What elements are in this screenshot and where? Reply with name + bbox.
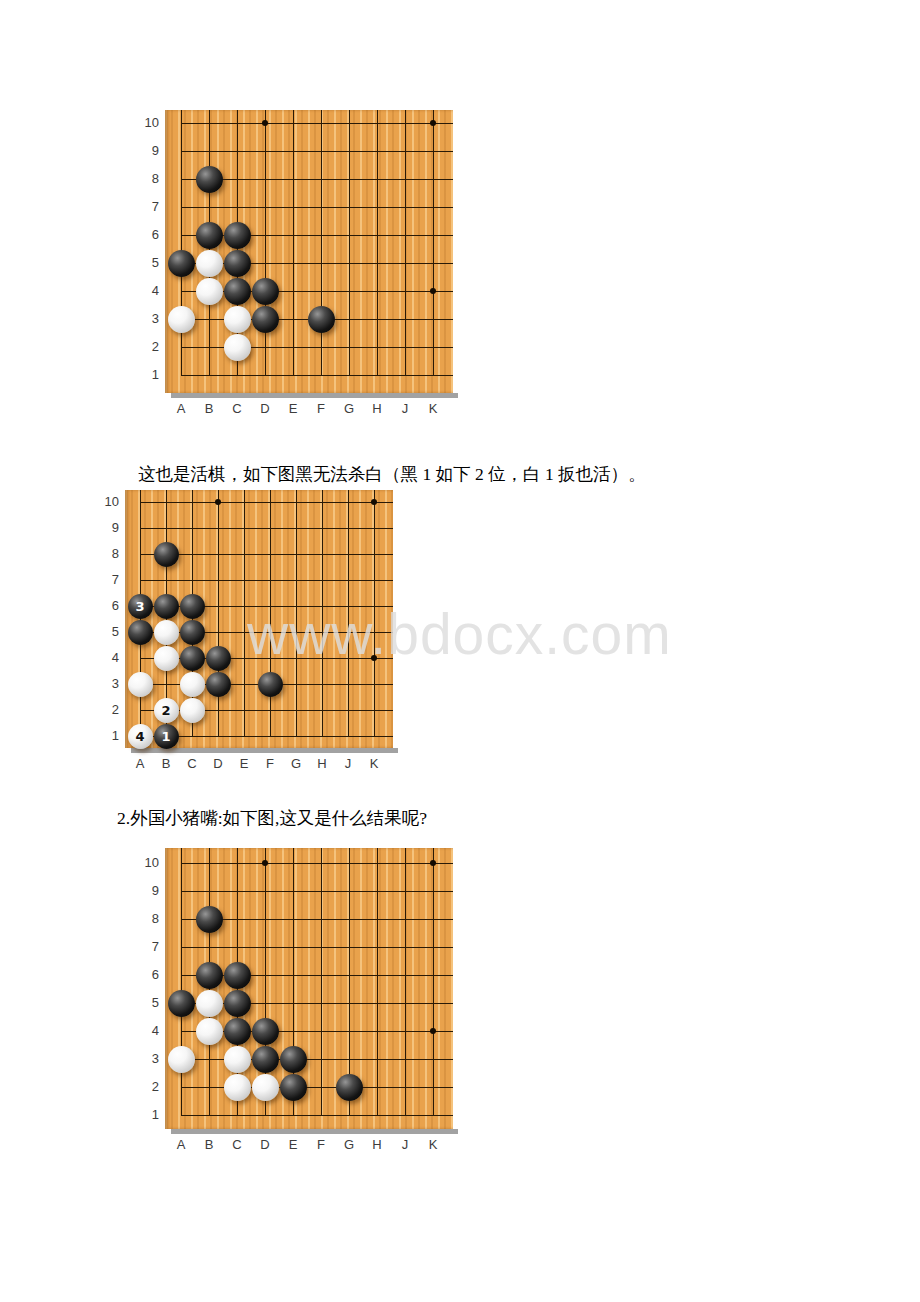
row-label-5: 5 (133, 995, 159, 1010)
go-board-diagram-2: 324110987654321ABCDEFGHJK (125, 490, 393, 748)
goban-wood-surface (165, 110, 453, 393)
column-label-F: F (309, 1137, 333, 1152)
grid-line-horizontal (140, 502, 393, 503)
grid-line-vertical (181, 848, 182, 1116)
star-point-K10 (430, 120, 436, 126)
column-label-D: D (206, 756, 230, 771)
grid-line-vertical (377, 848, 378, 1116)
stone-white-C2 (224, 334, 251, 361)
stone-white-B4 (196, 1018, 223, 1045)
grid-line-horizontal (181, 1115, 453, 1116)
move-number-label: 4 (128, 724, 153, 749)
move-number-label: 2 (154, 698, 179, 723)
column-label-A: A (169, 401, 193, 416)
column-label-J: J (393, 401, 417, 416)
column-label-B: B (197, 401, 221, 416)
stone-black-C5 (180, 620, 205, 645)
grid-line-horizontal (140, 528, 393, 529)
column-label-D: D (253, 401, 277, 416)
star-point-D10 (215, 499, 221, 505)
stone-black-D4 (206, 646, 231, 671)
grid-line-vertical (181, 110, 182, 376)
row-label-10: 10 (133, 855, 159, 870)
stone-black-A6: 3 (128, 594, 153, 619)
row-label-4: 4 (93, 650, 119, 665)
grid-line-vertical (405, 848, 406, 1116)
grid-line-vertical (265, 110, 266, 376)
column-label-E: E (232, 756, 256, 771)
stone-black-C5 (224, 990, 251, 1017)
stone-white-C2 (180, 698, 205, 723)
star-point-K10 (371, 499, 377, 505)
stone-black-B6 (154, 594, 179, 619)
stone-white-A3 (168, 1046, 195, 1073)
row-label-3: 3 (93, 676, 119, 691)
stone-black-C5 (224, 250, 251, 277)
column-label-K: K (421, 1137, 445, 1152)
grid-line-vertical (433, 848, 434, 1116)
star-point-K10 (430, 860, 436, 866)
grid-line-vertical (349, 110, 350, 376)
stone-black-C4 (224, 278, 251, 305)
board-drop-shadow (171, 1129, 458, 1134)
stone-white-B5 (196, 250, 223, 277)
row-label-9: 9 (93, 520, 119, 535)
row-label-3: 3 (133, 1051, 159, 1066)
stone-black-B6 (196, 222, 223, 249)
stone-white-A3 (128, 672, 153, 697)
goban-wood-surface: 3241 (125, 490, 393, 748)
stone-black-D3 (206, 672, 231, 697)
column-label-J: J (393, 1137, 417, 1152)
column-label-J: J (336, 756, 360, 771)
row-label-2: 2 (93, 702, 119, 717)
column-label-E: E (281, 401, 305, 416)
caption-board3-intro: 2.外国小猪嘴:如下图,这又是什么结果呢? (117, 808, 427, 829)
star-point-K4 (430, 288, 436, 294)
stone-black-D4 (252, 1018, 279, 1045)
stone-white-B5 (196, 990, 223, 1017)
stone-black-E3 (280, 1046, 307, 1073)
row-label-8: 8 (133, 911, 159, 926)
row-label-9: 9 (133, 883, 159, 898)
grid-line-vertical (433, 110, 434, 376)
stone-black-C6 (180, 594, 205, 619)
column-label-E: E (281, 1137, 305, 1152)
grid-line-horizontal (181, 1059, 453, 1060)
row-label-10: 10 (93, 494, 119, 509)
column-label-F: F (309, 401, 333, 416)
stone-black-D3 (252, 1046, 279, 1073)
grid-line-horizontal (181, 123, 453, 124)
grid-line-vertical (377, 110, 378, 376)
grid-line-horizontal (140, 580, 393, 581)
stone-white-B4 (196, 278, 223, 305)
stone-black-B1: 1 (154, 724, 179, 749)
column-label-K: K (362, 756, 386, 771)
stone-black-G2 (336, 1074, 363, 1101)
row-label-4: 4 (133, 283, 159, 298)
row-label-1: 1 (133, 1107, 159, 1122)
row-label-8: 8 (133, 171, 159, 186)
stone-black-A5 (168, 250, 195, 277)
grid-line-horizontal (181, 1087, 453, 1088)
row-label-5: 5 (133, 255, 159, 270)
stone-black-C4 (180, 646, 205, 671)
column-label-B: B (154, 756, 178, 771)
stone-black-E2 (280, 1074, 307, 1101)
go-board-diagram-3: 10987654321ABCDEFGHJK (165, 848, 453, 1129)
move-number-label: 3 (128, 594, 153, 619)
stone-black-F3 (258, 672, 283, 697)
row-label-1: 1 (133, 367, 159, 382)
column-label-A: A (128, 756, 152, 771)
row-label-5: 5 (93, 624, 119, 639)
grid-line-horizontal (181, 375, 453, 376)
star-point-K4 (430, 1028, 436, 1034)
column-label-G: G (337, 1137, 361, 1152)
column-label-K: K (421, 401, 445, 416)
column-label-G: G (284, 756, 308, 771)
grid-line-horizontal (181, 151, 453, 152)
grid-line-vertical (405, 110, 406, 376)
stone-black-C6 (224, 962, 251, 989)
row-label-8: 8 (93, 546, 119, 561)
stone-black-D4 (252, 278, 279, 305)
row-label-7: 7 (93, 572, 119, 587)
document-page: 10987654321ABCDEFGHJK 这也是活棋，如下图黑无法杀白（黑 1… (0, 0, 920, 1302)
board-drop-shadow (131, 748, 398, 753)
stone-white-B5 (154, 620, 179, 645)
row-label-2: 2 (133, 1079, 159, 1094)
stone-black-A5 (128, 620, 153, 645)
stone-white-C3 (224, 1046, 251, 1073)
grid-line-horizontal (181, 947, 453, 948)
row-label-7: 7 (133, 939, 159, 954)
grid-line-vertical (321, 110, 322, 376)
stone-white-A1: 4 (128, 724, 153, 749)
stone-white-D2 (252, 1074, 279, 1101)
row-label-6: 6 (93, 598, 119, 613)
column-label-H: H (365, 401, 389, 416)
stone-white-C3 (180, 672, 205, 697)
row-label-3: 3 (133, 311, 159, 326)
stone-black-D3 (252, 306, 279, 333)
column-label-H: H (365, 1137, 389, 1152)
column-label-C: C (180, 756, 204, 771)
grid-line-horizontal (181, 863, 453, 864)
stone-black-F3 (308, 306, 335, 333)
star-point-K4 (371, 655, 377, 661)
caption-board2-intro: 这也是活棋，如下图黑无法杀白（黑 1 如下 2 位，白 1 扳也活）。 (138, 464, 646, 485)
row-label-7: 7 (133, 199, 159, 214)
stone-white-C3 (224, 306, 251, 333)
column-label-F: F (258, 756, 282, 771)
star-point-D10 (262, 860, 268, 866)
stone-black-C4 (224, 1018, 251, 1045)
row-label-6: 6 (133, 227, 159, 242)
row-label-9: 9 (133, 143, 159, 158)
grid-line-vertical (321, 848, 322, 1116)
stone-white-B4 (154, 646, 179, 671)
column-label-C: C (225, 1137, 249, 1152)
board-drop-shadow (171, 393, 458, 398)
stone-white-B2: 2 (154, 698, 179, 723)
grid-line-horizontal (181, 207, 453, 208)
column-label-C: C (225, 401, 249, 416)
stone-black-A5 (168, 990, 195, 1017)
grid-line-vertical (293, 110, 294, 376)
goban-wood-surface (165, 848, 453, 1129)
row-label-4: 4 (133, 1023, 159, 1038)
go-board-diagram-1: 10987654321ABCDEFGHJK (165, 110, 453, 393)
column-label-B: B (197, 1137, 221, 1152)
star-point-D10 (262, 120, 268, 126)
row-label-1: 1 (93, 728, 119, 743)
grid-line-horizontal (181, 347, 453, 348)
stone-white-A3 (168, 306, 195, 333)
row-label-2: 2 (133, 339, 159, 354)
stone-white-C2 (224, 1074, 251, 1101)
column-label-G: G (337, 401, 361, 416)
stone-black-B8 (196, 166, 223, 193)
stone-black-C6 (224, 222, 251, 249)
row-label-6: 6 (133, 967, 159, 982)
column-label-A: A (169, 1137, 193, 1152)
column-label-D: D (253, 1137, 277, 1152)
stone-black-B6 (196, 962, 223, 989)
stone-black-B8 (154, 542, 179, 567)
move-number-label: 1 (154, 724, 179, 749)
row-label-10: 10 (133, 115, 159, 130)
stone-black-B8 (196, 906, 223, 933)
grid-line-horizontal (181, 891, 453, 892)
column-label-H: H (310, 756, 334, 771)
